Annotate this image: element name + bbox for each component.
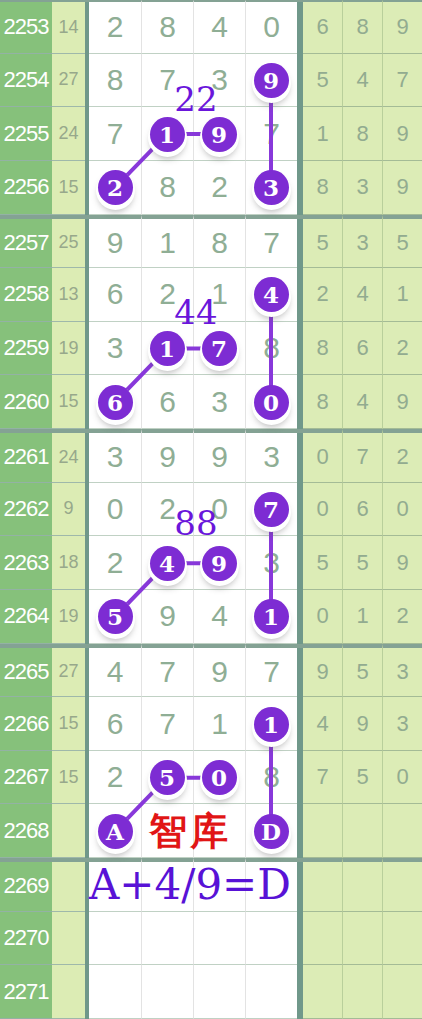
digit-cell bbox=[245, 912, 297, 966]
right-digit-cell: 5 bbox=[303, 215, 342, 269]
marked-digit-circle: 6 bbox=[98, 385, 133, 420]
marked-digit-circle: 3 bbox=[254, 170, 289, 205]
digit-cell bbox=[89, 965, 141, 1019]
sum-cell: 15 bbox=[52, 751, 85, 805]
chart-row-2257: 2257259187535 bbox=[0, 215, 422, 269]
marked-digit-circle: 9 bbox=[254, 63, 289, 98]
marked-digit-circle: 1 bbox=[150, 331, 185, 366]
right-digit-cell: 8 bbox=[303, 161, 342, 215]
chart-row-2260: 22601563849 bbox=[0, 375, 422, 429]
chart-row-2253: 2253142840689 bbox=[0, 0, 422, 54]
right-digit-cell: 9 bbox=[382, 107, 422, 161]
right-digit-cell: 3 bbox=[342, 215, 382, 269]
digit-cell: 3 bbox=[89, 429, 141, 483]
right-digit-cell: 7 bbox=[342, 429, 382, 483]
right-digit-cell: 4 bbox=[342, 54, 382, 108]
digit-cell: 2 bbox=[89, 536, 141, 590]
digit-cell: 6 bbox=[141, 375, 193, 429]
right-digit-cell bbox=[303, 912, 342, 966]
sum-cell: 24 bbox=[52, 107, 85, 161]
chart-row-2266: 226615671493 bbox=[0, 697, 422, 751]
right-digit-cell: 1 bbox=[382, 268, 422, 322]
sum-cell bbox=[52, 912, 85, 966]
digit-cell: 4 bbox=[193, 0, 245, 54]
right-digit-cell bbox=[303, 804, 342, 858]
right-digit-cell: 9 bbox=[382, 0, 422, 54]
digit-cell: 8 bbox=[141, 161, 193, 215]
digit-cell: 9 bbox=[89, 215, 141, 269]
sum-cell: 27 bbox=[52, 54, 85, 108]
right-digit-cell: 3 bbox=[382, 697, 422, 751]
right-digit-cell bbox=[382, 804, 422, 858]
digit-cell: 0 bbox=[89, 483, 141, 537]
right-digit-cell: 5 bbox=[342, 644, 382, 698]
digit-cell bbox=[245, 965, 297, 1019]
chart-row-2265: 2265274797953 bbox=[0, 644, 422, 698]
right-digit-cell: 2 bbox=[382, 322, 422, 376]
marked-digit-circle: 9 bbox=[202, 546, 237, 581]
chart-row-2256: 22561582839 bbox=[0, 161, 422, 215]
digit-cell: 9 bbox=[193, 644, 245, 698]
digit-cell: 6 bbox=[89, 268, 141, 322]
annotation-formula: A+4/9=D bbox=[89, 864, 291, 906]
right-digit-cell bbox=[342, 804, 382, 858]
sum-cell: 9 bbox=[52, 483, 85, 537]
digit-cell: 9 bbox=[193, 429, 245, 483]
chart-row-2271: 2271 bbox=[0, 965, 422, 1019]
digit-cell: 3 bbox=[193, 375, 245, 429]
marked-digit-circle: 0 bbox=[254, 385, 289, 420]
digit-cell: 9 bbox=[141, 429, 193, 483]
right-digit-cell bbox=[342, 912, 382, 966]
marked-digit-circle: 0 bbox=[202, 760, 237, 795]
right-digit-cell: 5 bbox=[303, 536, 342, 590]
digit-cell: 1 bbox=[141, 215, 193, 269]
digit-cell bbox=[141, 965, 193, 1019]
sum-cell: 15 bbox=[52, 375, 85, 429]
marked-digit-circle: D bbox=[254, 814, 289, 849]
digit-cell: 2 bbox=[89, 751, 141, 805]
right-digit-cell bbox=[303, 965, 342, 1019]
digit-cell: 6 bbox=[89, 697, 141, 751]
right-digit-cell: 0 bbox=[382, 483, 422, 537]
right-digit-cell: 5 bbox=[303, 54, 342, 108]
digit-cell: 7 bbox=[141, 697, 193, 751]
right-digit-cell: 5 bbox=[342, 751, 382, 805]
marked-digit-circle: 4 bbox=[254, 277, 289, 312]
marked-digit-circle: 1 bbox=[254, 599, 289, 634]
right-digit-cell: 8 bbox=[342, 107, 382, 161]
right-digit-cell: 9 bbox=[382, 375, 422, 429]
period-cell: 2261 bbox=[0, 429, 52, 483]
marked-digit-circle: 9 bbox=[202, 117, 237, 152]
digit-cell: 8 bbox=[245, 751, 297, 805]
right-digit-cell: 9 bbox=[382, 536, 422, 590]
period-cell: 2255 bbox=[0, 107, 52, 161]
sum-cell: 15 bbox=[52, 161, 85, 215]
right-digit-cell: 4 bbox=[303, 697, 342, 751]
right-digit-cell: 0 bbox=[382, 751, 422, 805]
period-cell: 2258 bbox=[0, 268, 52, 322]
sum-cell: 15 bbox=[52, 697, 85, 751]
sum-cell: 18 bbox=[52, 536, 85, 590]
right-digit-cell: 0 bbox=[303, 483, 342, 537]
right-digit-cell: 5 bbox=[342, 536, 382, 590]
right-digit-cell: 0 bbox=[303, 590, 342, 644]
digit-cell: 8 bbox=[245, 322, 297, 376]
right-digit-cell: 6 bbox=[342, 322, 382, 376]
chart-row-2264: 22641994012 bbox=[0, 590, 422, 644]
sum-cell bbox=[52, 804, 85, 858]
right-digit-cell: 9 bbox=[382, 161, 422, 215]
period-cell: 2254 bbox=[0, 54, 52, 108]
right-digit-cell: 9 bbox=[342, 697, 382, 751]
digit-cell: 8 bbox=[193, 215, 245, 269]
marked-digit-circle: A bbox=[98, 814, 133, 849]
right-digit-cell: 0 bbox=[303, 429, 342, 483]
period-cell: 2270 bbox=[0, 912, 52, 966]
period-cell: 2265 bbox=[0, 644, 52, 698]
annotation-zhiku: 智库 bbox=[149, 812, 231, 850]
digit-cell: 3 bbox=[245, 429, 297, 483]
right-digit-cell: 4 bbox=[342, 375, 382, 429]
marked-digit-circle: 5 bbox=[98, 599, 133, 634]
right-digit-cell: 6 bbox=[303, 0, 342, 54]
right-digit-cell: 9 bbox=[303, 644, 342, 698]
sum-cell: 13 bbox=[52, 268, 85, 322]
sum-cell: 25 bbox=[52, 215, 85, 269]
digit-cell: 3 bbox=[245, 536, 297, 590]
period-cell: 2259 bbox=[0, 322, 52, 376]
marked-digit-circle: 1 bbox=[150, 117, 185, 152]
right-digit-cell: 7 bbox=[303, 751, 342, 805]
digit-cell: 7 bbox=[245, 215, 297, 269]
right-digit-cell: 8 bbox=[303, 375, 342, 429]
right-digit-cell: 8 bbox=[303, 322, 342, 376]
digit-cell: 4 bbox=[193, 590, 245, 644]
period-cell: 2271 bbox=[0, 965, 52, 1019]
digit-cell: 2 bbox=[89, 0, 141, 54]
period-cell: 2267 bbox=[0, 751, 52, 805]
sum-cell: 27 bbox=[52, 644, 85, 698]
right-digit-cell: 7 bbox=[382, 54, 422, 108]
right-digit-cell: 2 bbox=[382, 429, 422, 483]
period-cell: 2260 bbox=[0, 375, 52, 429]
sum-cell: 19 bbox=[52, 590, 85, 644]
digit-cell: 7 bbox=[89, 107, 141, 161]
marked-digit-circle: 2 bbox=[98, 170, 133, 205]
period-cell: 2263 bbox=[0, 536, 52, 590]
period-cell: 2262 bbox=[0, 483, 52, 537]
digit-cell bbox=[89, 912, 141, 966]
sum-cell: 19 bbox=[52, 322, 85, 376]
digit-cell: 7 bbox=[245, 644, 297, 698]
digit-cell: 7 bbox=[141, 644, 193, 698]
chart-row-2261: 2261243993072 bbox=[0, 429, 422, 483]
digit-cell bbox=[193, 912, 245, 966]
right-digit-cell: 4 bbox=[342, 268, 382, 322]
marked-digit-circle: 7 bbox=[202, 331, 237, 366]
right-digit-cell bbox=[382, 858, 422, 912]
period-cell: 2269 bbox=[0, 858, 52, 912]
sum-cell bbox=[52, 858, 85, 912]
annotation-pair-88: 88 bbox=[174, 506, 217, 540]
right-digit-cell: 8 bbox=[342, 0, 382, 54]
right-digit-cell: 1 bbox=[342, 590, 382, 644]
digit-cell: 3 bbox=[89, 322, 141, 376]
digit-cell: 2 bbox=[193, 161, 245, 215]
period-cell: 2257 bbox=[0, 215, 52, 269]
digit-cell: 0 bbox=[245, 0, 297, 54]
right-digit-cell: 1 bbox=[303, 107, 342, 161]
digit-cell: 7 bbox=[245, 107, 297, 161]
marked-digit-circle: 4 bbox=[150, 546, 185, 581]
right-digit-cell bbox=[382, 965, 422, 1019]
digit-cell bbox=[193, 965, 245, 1019]
digit-cell bbox=[141, 912, 193, 966]
period-cell: 2264 bbox=[0, 590, 52, 644]
marked-digit-circle: 5 bbox=[150, 760, 185, 795]
right-digit-cell: 3 bbox=[342, 161, 382, 215]
right-digit-cell bbox=[303, 858, 342, 912]
right-digit-cell: 2 bbox=[382, 590, 422, 644]
right-digit-cell: 5 bbox=[382, 215, 422, 269]
right-digit-cell bbox=[342, 858, 382, 912]
lottery-trend-chart: 2253142840689225427873547225524771892256… bbox=[0, 0, 422, 1019]
marked-digit-circle: 1 bbox=[254, 707, 289, 742]
digit-cell: 1 bbox=[193, 697, 245, 751]
annotation-pair-22: 22 bbox=[174, 82, 217, 116]
sum-cell: 24 bbox=[52, 429, 85, 483]
digit-cell: 4 bbox=[89, 644, 141, 698]
right-digit-cell bbox=[382, 912, 422, 966]
right-digit-cell: 2 bbox=[303, 268, 342, 322]
period-cell: 2256 bbox=[0, 161, 52, 215]
right-digit-cell: 6 bbox=[342, 483, 382, 537]
right-digit-cell bbox=[342, 965, 382, 1019]
right-digit-cell: 3 bbox=[382, 644, 422, 698]
period-cell: 2268 bbox=[0, 804, 52, 858]
sum-cell bbox=[52, 965, 85, 1019]
period-cell: 2266 bbox=[0, 697, 52, 751]
digit-cell: 9 bbox=[141, 590, 193, 644]
marked-digit-circle: 7 bbox=[254, 492, 289, 527]
digit-cell: 8 bbox=[89, 54, 141, 108]
digit-cell: 8 bbox=[141, 0, 193, 54]
sum-cell: 14 bbox=[52, 0, 85, 54]
annotation-pair-44: 44 bbox=[174, 295, 217, 329]
period-cell: 2253 bbox=[0, 0, 52, 54]
chart-row-2270: 2270 bbox=[0, 912, 422, 966]
